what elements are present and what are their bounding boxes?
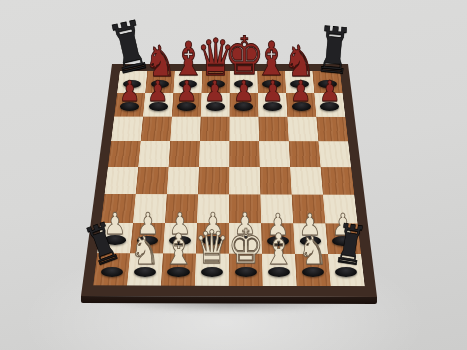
square-b4	[136, 167, 169, 194]
square-c6	[170, 117, 200, 142]
square-c4	[167, 167, 199, 194]
square-e6	[229, 117, 259, 142]
square-c8	[173, 71, 202, 93]
square-e3	[229, 194, 261, 223]
square-f7	[258, 93, 288, 116]
square-b1	[127, 253, 163, 285]
square-b8	[145, 71, 175, 93]
square-e4	[229, 167, 260, 194]
square-a4	[105, 167, 139, 194]
square-f2	[261, 223, 295, 254]
square-d3	[197, 194, 229, 223]
square-g8	[285, 71, 314, 93]
board-grid	[93, 71, 365, 286]
square-e1	[229, 254, 263, 286]
square-a3	[101, 194, 136, 223]
square-b6	[141, 117, 172, 142]
square-b7	[143, 93, 173, 116]
square-e5	[229, 141, 259, 167]
square-c5	[169, 141, 200, 167]
square-h3	[323, 195, 358, 224]
square-f5	[259, 141, 290, 167]
square-h6	[316, 117, 348, 142]
square-f1	[262, 254, 297, 286]
square-d7	[201, 93, 230, 116]
square-e2	[229, 223, 262, 254]
square-d5	[199, 141, 230, 167]
square-b3	[133, 194, 167, 223]
square-e8	[230, 71, 258, 93]
square-d6	[200, 117, 230, 142]
square-a6	[111, 117, 143, 142]
square-c3	[165, 194, 198, 223]
chess-board	[81, 64, 377, 297]
square-g2	[293, 223, 328, 254]
square-e7	[230, 93, 259, 116]
square-b5	[138, 141, 170, 167]
square-h1	[328, 254, 365, 286]
square-d8	[201, 71, 229, 93]
square-d2	[196, 223, 229, 253]
square-d1	[195, 254, 229, 286]
square-h2	[325, 223, 361, 254]
photo-stage: ♜♞♝♛♚♝♞♜♟♟♟♟♟♟♟♟♟♟♟♟♟♟♟♟♜♞♝♛♚♝♞♜	[0, 0, 467, 350]
square-c1	[161, 253, 196, 285]
square-g6	[287, 117, 318, 142]
square-a5	[108, 141, 141, 167]
square-f3	[260, 194, 293, 223]
square-a1	[93, 253, 130, 285]
square-g5	[289, 141, 321, 167]
square-c7	[172, 93, 202, 116]
square-a7	[114, 93, 145, 116]
square-f6	[258, 117, 288, 142]
square-h4	[321, 167, 355, 194]
square-f4	[260, 167, 292, 194]
square-c2	[163, 223, 197, 253]
square-g3	[292, 195, 326, 224]
board-front-edge	[81, 296, 377, 304]
square-a2	[97, 223, 133, 253]
square-h8	[312, 71, 342, 93]
square-g4	[290, 167, 323, 194]
square-g1	[295, 254, 331, 286]
square-b2	[130, 223, 165, 253]
square-h5	[318, 141, 351, 167]
square-f8	[257, 71, 286, 93]
square-g7	[286, 93, 316, 116]
square-d4	[198, 167, 229, 194]
square-h7	[314, 93, 345, 116]
square-a8	[117, 71, 147, 93]
